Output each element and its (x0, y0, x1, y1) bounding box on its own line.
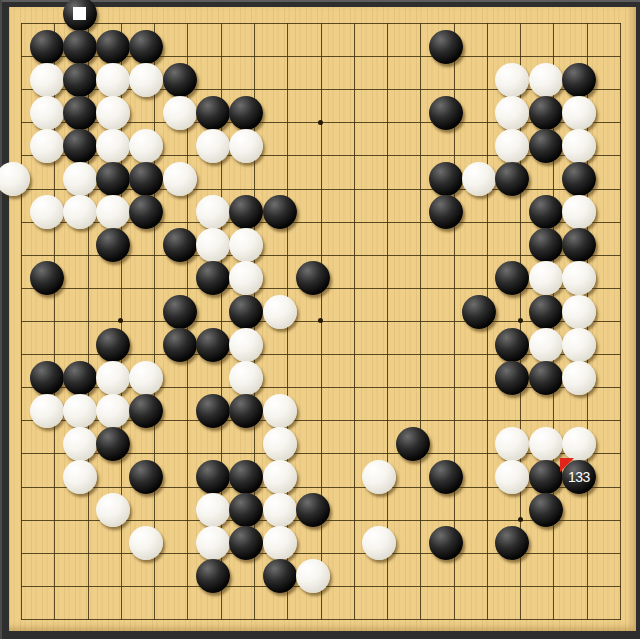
stone-black[interactable] (196, 328, 230, 362)
stone-black[interactable] (163, 63, 197, 97)
stone-white[interactable] (562, 96, 596, 130)
intersection[interactable] (296, 494, 329, 527)
intersection[interactable] (562, 427, 595, 460)
stone-white[interactable] (163, 162, 197, 196)
intersection[interactable] (230, 527, 263, 560)
intersection[interactable] (63, 63, 96, 96)
intersection[interactable] (562, 229, 595, 262)
stone-black[interactable] (96, 427, 130, 461)
intersection[interactable] (196, 560, 229, 593)
intersection[interactable] (97, 63, 130, 96)
stone-white[interactable] (63, 162, 97, 196)
intersection[interactable] (130, 361, 163, 394)
intersection[interactable] (562, 129, 595, 162)
stone-black[interactable] (163, 228, 197, 262)
stone-black[interactable] (96, 228, 130, 262)
intersection[interactable] (562, 328, 595, 361)
stone-black[interactable] (129, 162, 163, 196)
intersection[interactable] (562, 196, 595, 229)
intersection[interactable] (562, 262, 595, 295)
stone-black[interactable] (529, 295, 563, 329)
stone-black[interactable] (263, 195, 297, 229)
stone-white[interactable] (129, 526, 163, 560)
intersection[interactable] (97, 361, 130, 394)
stone-white[interactable] (63, 460, 97, 494)
stone-white[interactable] (263, 427, 297, 461)
stone-black[interactable] (96, 162, 130, 196)
intersection[interactable] (196, 229, 229, 262)
stone-black[interactable] (529, 460, 563, 494)
intersection[interactable] (63, 394, 96, 427)
stone-white[interactable] (562, 328, 596, 362)
intersection[interactable] (63, 427, 96, 460)
stone-black[interactable] (129, 460, 163, 494)
intersection[interactable] (230, 96, 263, 129)
stone-white[interactable] (196, 493, 230, 527)
intersection[interactable] (496, 63, 529, 96)
stone-black[interactable] (163, 295, 197, 329)
stone-black[interactable] (529, 195, 563, 229)
intersection[interactable] (230, 328, 263, 361)
stone-white[interactable] (96, 96, 130, 130)
intersection[interactable] (462, 295, 495, 328)
stone-white[interactable] (96, 493, 130, 527)
stone-white[interactable] (495, 427, 529, 461)
intersection[interactable]: 133 (562, 460, 595, 493)
stone-white[interactable] (263, 460, 297, 494)
stone-black[interactable] (529, 361, 563, 395)
stone-black[interactable] (229, 493, 263, 527)
intersection[interactable] (263, 394, 296, 427)
intersection[interactable] (30, 30, 63, 63)
intersection[interactable] (496, 262, 529, 295)
intersection[interactable] (462, 163, 495, 196)
stone-black[interactable] (63, 0, 97, 31)
intersection[interactable] (196, 196, 229, 229)
stone-white[interactable] (129, 63, 163, 97)
stone-white[interactable] (562, 427, 596, 461)
stone-black[interactable] (529, 228, 563, 262)
stone-white[interactable] (495, 129, 529, 163)
intersection[interactable] (230, 494, 263, 527)
stone-black[interactable] (429, 195, 463, 229)
stone-black[interactable] (196, 96, 230, 130)
intersection[interactable] (196, 96, 229, 129)
stone-black[interactable] (529, 96, 563, 130)
intersection[interactable] (163, 63, 196, 96)
stone-white[interactable] (529, 427, 563, 461)
intersection[interactable] (529, 494, 562, 527)
intersection[interactable] (97, 494, 130, 527)
stone-black[interactable] (30, 361, 64, 395)
stone-white[interactable] (263, 526, 297, 560)
intersection[interactable] (363, 460, 396, 493)
stone-black[interactable] (63, 96, 97, 130)
stone-black[interactable]: 133 (562, 460, 596, 494)
intersection[interactable] (529, 96, 562, 129)
intersection[interactable] (97, 196, 130, 229)
intersection[interactable] (196, 394, 229, 427)
intersection[interactable] (30, 196, 63, 229)
intersection[interactable] (296, 262, 329, 295)
intersection[interactable] (196, 328, 229, 361)
stone-black[interactable] (96, 328, 130, 362)
intersection[interactable] (562, 361, 595, 394)
stone-black[interactable] (495, 162, 529, 196)
stone-black[interactable] (63, 361, 97, 395)
intersection[interactable] (130, 30, 163, 63)
square-marker-icon (73, 7, 86, 20)
intersection[interactable] (230, 295, 263, 328)
intersection[interactable] (230, 129, 263, 162)
intersection[interactable] (496, 96, 529, 129)
stone-black[interactable] (196, 559, 230, 593)
intersection[interactable] (429, 163, 462, 196)
intersection[interactable] (263, 527, 296, 560)
stone-black[interactable] (63, 129, 97, 163)
stone-white[interactable] (562, 361, 596, 395)
move-number-label: 133 (562, 460, 596, 494)
stone-white[interactable] (96, 361, 130, 395)
stone-white[interactable] (163, 96, 197, 130)
intersection[interactable] (63, 163, 96, 196)
stone-white[interactable] (229, 361, 263, 395)
stone-black[interactable] (562, 63, 596, 97)
intersection[interactable] (163, 295, 196, 328)
goban[interactable]: 133 (9, 7, 636, 631)
intersection[interactable] (562, 63, 595, 96)
intersection[interactable] (230, 196, 263, 229)
intersection[interactable] (429, 30, 462, 63)
intersection[interactable] (97, 163, 130, 196)
intersection[interactable] (130, 63, 163, 96)
stone-white[interactable] (529, 261, 563, 295)
intersection[interactable] (97, 30, 130, 63)
stone-white[interactable] (63, 427, 97, 461)
stone-white[interactable] (229, 129, 263, 163)
stone-white[interactable] (362, 460, 396, 494)
stone-black[interactable] (229, 96, 263, 130)
intersection[interactable] (97, 129, 130, 162)
stone-white[interactable] (495, 63, 529, 97)
intersection[interactable] (196, 129, 229, 162)
stone-white[interactable] (63, 394, 97, 428)
stone-white[interactable] (96, 63, 130, 97)
stone-white[interactable] (129, 361, 163, 395)
intersection[interactable] (529, 427, 562, 460)
intersection[interactable] (97, 427, 130, 460)
stone-black[interactable] (462, 295, 496, 329)
intersection[interactable] (263, 427, 296, 460)
intersection[interactable] (529, 328, 562, 361)
stone-black[interactable] (229, 460, 263, 494)
intersection[interactable] (130, 527, 163, 560)
stone-white[interactable] (96, 394, 130, 428)
stone-white[interactable] (462, 162, 496, 196)
intersection[interactable] (429, 96, 462, 129)
intersection[interactable] (163, 96, 196, 129)
intersection[interactable] (496, 163, 529, 196)
stone-white[interactable] (562, 195, 596, 229)
stone-black[interactable] (495, 261, 529, 295)
stone-white[interactable] (263, 295, 297, 329)
intersection[interactable] (30, 262, 63, 295)
intersection[interactable] (230, 361, 263, 394)
intersection[interactable] (30, 361, 63, 394)
intersection[interactable] (529, 129, 562, 162)
stone-white[interactable] (263, 394, 297, 428)
intersection[interactable] (163, 163, 196, 196)
stone-black[interactable] (529, 493, 563, 527)
intersection[interactable] (529, 196, 562, 229)
intersection[interactable] (97, 328, 130, 361)
stone-white[interactable] (30, 394, 64, 428)
stone-white[interactable] (196, 526, 230, 560)
stone-white[interactable] (229, 228, 263, 262)
stone-black[interactable] (63, 63, 97, 97)
stone-black[interactable] (229, 526, 263, 560)
intersection[interactable] (529, 63, 562, 96)
stone-white[interactable] (196, 129, 230, 163)
intersection[interactable] (263, 560, 296, 593)
intersection[interactable] (529, 295, 562, 328)
stone-white[interactable] (30, 195, 64, 229)
stone-white[interactable] (263, 493, 297, 527)
stone-white[interactable] (229, 261, 263, 295)
stone-black[interactable] (30, 30, 64, 64)
intersection[interactable] (429, 527, 462, 560)
stone-black[interactable] (495, 526, 529, 560)
intersection[interactable] (97, 394, 130, 427)
stone-white[interactable] (296, 559, 330, 593)
intersection[interactable] (130, 129, 163, 162)
intersection[interactable] (263, 295, 296, 328)
stone-black[interactable] (296, 261, 330, 295)
stone-black[interactable] (429, 30, 463, 64)
intersection[interactable] (130, 460, 163, 493)
go-game-window: 133 (0, 0, 640, 639)
stone-black[interactable] (129, 394, 163, 428)
stone-white[interactable] (362, 526, 396, 560)
stone-white[interactable] (229, 328, 263, 362)
stone-black[interactable] (129, 195, 163, 229)
intersection[interactable] (562, 96, 595, 129)
stone-white[interactable] (129, 129, 163, 163)
stone-white[interactable] (96, 129, 130, 163)
intersection[interactable] (130, 196, 163, 229)
intersection[interactable] (230, 460, 263, 493)
intersection[interactable] (263, 460, 296, 493)
intersection[interactable] (230, 229, 263, 262)
intersection[interactable] (163, 229, 196, 262)
stone-layer: 133 (0, 0, 629, 626)
intersection[interactable] (63, 460, 96, 493)
stone-white[interactable] (0, 162, 30, 196)
stone-black[interactable] (429, 162, 463, 196)
stone-white[interactable] (96, 195, 130, 229)
stone-black[interactable] (263, 559, 297, 593)
stone-black[interactable] (529, 129, 563, 163)
stone-white[interactable] (196, 195, 230, 229)
stone-black[interactable] (429, 96, 463, 130)
stone-white[interactable] (562, 261, 596, 295)
intersection[interactable] (363, 527, 396, 560)
intersection[interactable] (97, 96, 130, 129)
stone-black[interactable] (63, 30, 97, 64)
stone-black[interactable] (196, 460, 230, 494)
stone-black[interactable] (396, 427, 430, 461)
stone-white[interactable] (562, 295, 596, 329)
intersection[interactable] (30, 394, 63, 427)
intersection[interactable] (230, 394, 263, 427)
intersection[interactable] (496, 427, 529, 460)
stone-black[interactable] (229, 394, 263, 428)
stone-white[interactable] (495, 96, 529, 130)
intersection[interactable] (63, 196, 96, 229)
intersection[interactable] (496, 129, 529, 162)
stone-black[interactable] (30, 261, 64, 295)
intersection[interactable] (30, 129, 63, 162)
stone-white[interactable] (30, 96, 64, 130)
intersection[interactable] (496, 361, 529, 394)
stone-white[interactable] (495, 460, 529, 494)
intersection[interactable] (30, 96, 63, 129)
intersection[interactable] (429, 196, 462, 229)
stone-black[interactable] (229, 295, 263, 329)
intersection[interactable] (63, 0, 96, 30)
stone-black[interactable] (562, 162, 596, 196)
stone-black[interactable] (229, 195, 263, 229)
stone-white[interactable] (63, 195, 97, 229)
intersection[interactable] (529, 229, 562, 262)
stone-black[interactable] (296, 493, 330, 527)
intersection[interactable] (30, 63, 63, 96)
stone-black[interactable] (429, 526, 463, 560)
intersection[interactable] (63, 361, 96, 394)
intersection[interactable] (529, 460, 562, 493)
stone-black[interactable] (562, 228, 596, 262)
intersection[interactable] (429, 460, 462, 493)
stone-black[interactable] (96, 30, 130, 64)
intersection[interactable] (130, 394, 163, 427)
intersection[interactable] (230, 262, 263, 295)
intersection[interactable] (130, 163, 163, 196)
intersection[interactable] (562, 295, 595, 328)
intersection[interactable] (63, 96, 96, 129)
intersection[interactable] (196, 460, 229, 493)
intersection[interactable] (496, 328, 529, 361)
intersection[interactable] (496, 527, 529, 560)
intersection[interactable] (196, 262, 229, 295)
intersection[interactable] (562, 163, 595, 196)
intersection[interactable] (263, 196, 296, 229)
stone-white[interactable] (30, 129, 64, 163)
intersection[interactable] (163, 328, 196, 361)
intersection[interactable] (97, 229, 130, 262)
intersection[interactable] (0, 163, 30, 196)
stone-white[interactable] (529, 63, 563, 97)
stone-black[interactable] (196, 394, 230, 428)
intersection[interactable] (396, 427, 429, 460)
stone-white[interactable] (529, 328, 563, 362)
stone-black[interactable] (129, 30, 163, 64)
intersection[interactable] (263, 494, 296, 527)
stone-white[interactable] (196, 228, 230, 262)
stone-white[interactable] (562, 129, 596, 163)
intersection[interactable] (529, 262, 562, 295)
intersection[interactable] (296, 560, 329, 593)
stone-black[interactable] (429, 460, 463, 494)
intersection[interactable] (63, 129, 96, 162)
stone-white[interactable] (30, 63, 64, 97)
stone-black[interactable] (495, 361, 529, 395)
intersection[interactable] (63, 30, 96, 63)
stone-black[interactable] (163, 328, 197, 362)
stone-black[interactable] (196, 261, 230, 295)
intersection[interactable] (196, 494, 229, 527)
intersection[interactable] (496, 460, 529, 493)
intersection[interactable] (196, 527, 229, 560)
intersection[interactable] (529, 361, 562, 394)
stone-black[interactable] (495, 328, 529, 362)
